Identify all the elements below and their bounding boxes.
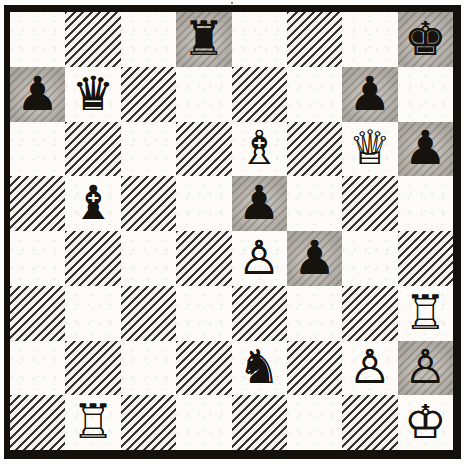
square-e4[interactable]: ♙ [232, 231, 287, 286]
square-b4[interactable] [65, 231, 120, 286]
square-e1[interactable] [232, 395, 287, 450]
square-g2[interactable]: ♙ [342, 341, 397, 396]
piece-black-pawn: ♟ [17, 70, 59, 117]
square-c7[interactable] [121, 67, 176, 122]
square-f2[interactable] [287, 341, 342, 396]
piece-white-pawn: ♙ [349, 343, 391, 390]
piece-black-pawn: ♟ [404, 124, 446, 171]
piece-black-pawn: ♟ [349, 70, 391, 117]
square-h8[interactable]: ♚ [398, 12, 453, 67]
square-b7[interactable]: ♛ [65, 67, 120, 122]
square-h3[interactable]: ♖ [398, 286, 453, 341]
piece-black-pawn: ♟ [293, 234, 335, 281]
square-a1[interactable] [10, 395, 65, 450]
piece-white-king: ♔ [404, 398, 446, 445]
piece-white-rook: ♖ [72, 398, 114, 445]
square-a2[interactable] [10, 341, 65, 396]
square-b8[interactable] [65, 12, 120, 67]
square-d1[interactable] [176, 395, 231, 450]
chess-board-frame: ♜♚♟♛♟♗♕♟♝♟♙♟♖♞♙♙♖♔ [4, 5, 461, 459]
square-h1[interactable]: ♔ [398, 395, 453, 450]
square-e5[interactable]: ♟ [232, 176, 287, 231]
square-a5[interactable] [10, 176, 65, 231]
piece-white-pawn: ♙ [404, 343, 446, 390]
square-h6[interactable]: ♟ [398, 122, 453, 177]
square-h4[interactable] [398, 231, 453, 286]
square-d4[interactable] [176, 231, 231, 286]
square-f8[interactable] [287, 12, 342, 67]
square-e8[interactable] [232, 12, 287, 67]
square-g4[interactable] [342, 231, 397, 286]
square-g5[interactable] [342, 176, 397, 231]
piece-white-queen: ♕ [349, 124, 391, 171]
square-e3[interactable] [232, 286, 287, 341]
square-d8[interactable]: ♜ [176, 12, 231, 67]
square-g6[interactable]: ♕ [342, 122, 397, 177]
square-d7[interactable] [176, 67, 231, 122]
square-g7[interactable]: ♟ [342, 67, 397, 122]
square-d2[interactable] [176, 341, 231, 396]
square-b2[interactable] [65, 341, 120, 396]
square-h5[interactable] [398, 176, 453, 231]
square-c1[interactable] [121, 395, 176, 450]
square-g1[interactable] [342, 395, 397, 450]
square-b6[interactable] [65, 122, 120, 177]
square-e2[interactable]: ♞ [232, 341, 287, 396]
square-c3[interactable] [121, 286, 176, 341]
piece-black-bishop: ♝ [72, 179, 114, 226]
square-a3[interactable] [10, 286, 65, 341]
square-f3[interactable] [287, 286, 342, 341]
piece-black-king: ♚ [404, 15, 446, 62]
square-a8[interactable] [10, 12, 65, 67]
piece-white-pawn: ♙ [238, 234, 280, 281]
square-g3[interactable] [342, 286, 397, 341]
piece-black-queen: ♛ [72, 70, 114, 117]
square-a4[interactable] [10, 231, 65, 286]
square-f4[interactable]: ♟ [287, 231, 342, 286]
square-f7[interactable] [287, 67, 342, 122]
square-b3[interactable] [65, 286, 120, 341]
square-d5[interactable] [176, 176, 231, 231]
square-c8[interactable] [121, 12, 176, 67]
square-d3[interactable] [176, 286, 231, 341]
square-g8[interactable] [342, 12, 397, 67]
scanned-page: ♜♚♟♛♟♗♕♟♝♟♙♟♖♞♙♙♖♔ [0, 0, 464, 464]
square-c2[interactable] [121, 341, 176, 396]
square-h2[interactable]: ♙ [398, 341, 453, 396]
square-f6[interactable] [287, 122, 342, 177]
piece-white-bishop: ♗ [238, 124, 280, 171]
piece-white-rook: ♖ [404, 289, 446, 336]
square-a7[interactable]: ♟ [10, 67, 65, 122]
square-a6[interactable] [10, 122, 65, 177]
square-e7[interactable] [232, 67, 287, 122]
square-c6[interactable] [121, 122, 176, 177]
square-b5[interactable]: ♝ [65, 176, 120, 231]
square-b1[interactable]: ♖ [65, 395, 120, 450]
square-e6[interactable]: ♗ [232, 122, 287, 177]
piece-black-pawn: ♟ [238, 179, 280, 226]
piece-black-knight: ♞ [238, 343, 280, 390]
square-f5[interactable] [287, 176, 342, 231]
square-f1[interactable] [287, 395, 342, 450]
square-c4[interactable] [121, 231, 176, 286]
chess-board: ♜♚♟♛♟♗♕♟♝♟♙♟♖♞♙♙♖♔ [10, 12, 453, 450]
square-h7[interactable] [398, 67, 453, 122]
print-speck [231, 2, 233, 4]
square-d6[interactable] [176, 122, 231, 177]
piece-black-rook: ♜ [183, 15, 225, 62]
square-c5[interactable] [121, 176, 176, 231]
